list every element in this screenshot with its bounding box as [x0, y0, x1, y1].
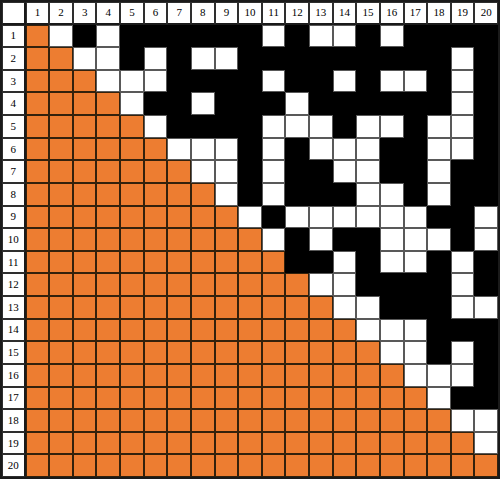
grid-cell-r4-c11 [262, 92, 286, 115]
col-header-14: 14 [333, 2, 357, 25]
grid-cell-r7-c19 [451, 160, 475, 183]
grid-cell-r10-c1 [26, 228, 50, 251]
grid-cell-r14-c7 [167, 319, 191, 342]
grid-cell-r12-c15 [356, 273, 380, 296]
row-header-10: 10 [2, 228, 26, 251]
grid-cell-r2-c19 [451, 47, 475, 70]
grid-cell-r3-c2 [49, 70, 73, 93]
grid-cell-r19-c16 [380, 432, 404, 455]
grid-cell-r7-c3 [73, 160, 97, 183]
grid-cell-r15-c19 [451, 341, 475, 364]
grid-cell-r13-c9 [215, 296, 239, 319]
grid-cell-r4-c3 [73, 92, 97, 115]
grid-cell-r3-c13 [309, 70, 333, 93]
grid-cell-r13-c2 [49, 296, 73, 319]
grid-cell-r12-c16 [380, 273, 404, 296]
grid-cell-r18-c3 [73, 409, 97, 432]
grid-cell-r10-c9 [215, 228, 239, 251]
grid-cell-r18-c8 [191, 409, 215, 432]
grid-cell-r4-c18 [427, 92, 451, 115]
grid-cell-r8-c12 [285, 183, 309, 206]
grid-cell-r5-c7 [167, 115, 191, 138]
grid-cell-r2-c1 [26, 47, 50, 70]
grid-cell-r11-c6 [144, 251, 168, 274]
grid-cell-r17-c1 [26, 387, 50, 410]
grid-cell-r20-c5 [120, 454, 144, 477]
grid-cell-r7-c16 [380, 160, 404, 183]
grid-cell-r13-c20 [474, 296, 498, 319]
grid-cell-r1-c18 [427, 25, 451, 48]
grid-cell-r4-c2 [49, 92, 73, 115]
grid-cell-r3-c8 [191, 70, 215, 93]
grid-cell-r10-c7 [167, 228, 191, 251]
grid-cell-r19-c1 [26, 432, 50, 455]
grid-cell-r11-c15 [356, 251, 380, 274]
grid-cell-r16-c16 [380, 364, 404, 387]
col-header-10: 10 [238, 2, 262, 25]
grid-cell-r10-c19 [451, 228, 475, 251]
grid-cell-r13-c3 [73, 296, 97, 319]
grid-cell-r9-c13 [309, 206, 333, 229]
grid-cell-r16-c10 [238, 364, 262, 387]
grid-cell-r20-c4 [96, 454, 120, 477]
grid-cell-r12-c8 [191, 273, 215, 296]
grid-cell-r3-c20 [474, 70, 498, 93]
grid-cell-r6-c9 [215, 138, 239, 161]
grid-cell-r1-c10 [238, 25, 262, 48]
grid-cell-r13-c19 [451, 296, 475, 319]
grid-cell-r1-c4 [96, 25, 120, 48]
row-header-15: 15 [2, 341, 26, 364]
grid-cell-r7-c4 [96, 160, 120, 183]
grid-cell-r7-c9 [215, 160, 239, 183]
grid-cell-r1-c15 [356, 25, 380, 48]
grid-cell-r6-c19 [451, 138, 475, 161]
grid-cell-r9-c15 [356, 206, 380, 229]
grid-cell-r20-c3 [73, 454, 97, 477]
grid-cell-r10-c12 [285, 228, 309, 251]
grid-cell-r9-c8 [191, 206, 215, 229]
grid-cell-r10-c4 [96, 228, 120, 251]
grid-cell-r15-c7 [167, 341, 191, 364]
grid-cell-r6-c13 [309, 138, 333, 161]
grid-cell-r5-c6 [144, 115, 168, 138]
grid-cell-r12-c19 [451, 273, 475, 296]
grid-cell-r19-c19 [451, 432, 475, 455]
grid-cell-r10-c6 [144, 228, 168, 251]
col-header-12: 12 [285, 2, 309, 25]
grid-cell-r2-c16 [380, 47, 404, 70]
grid-cell-r20-c10 [238, 454, 262, 477]
grid-cell-r2-c13 [309, 47, 333, 70]
grid-cell-r9-c2 [49, 206, 73, 229]
grid-cell-r19-c10 [238, 432, 262, 455]
grid-cell-r18-c9 [215, 409, 239, 432]
grid-cell-r9-c7 [167, 206, 191, 229]
grid-cell-r9-c1 [26, 206, 50, 229]
grid-cell-r2-c9 [215, 47, 239, 70]
grid-cell-r12-c6 [144, 273, 168, 296]
grid-cell-r2-c7 [167, 47, 191, 70]
grid-cell-r15-c5 [120, 341, 144, 364]
grid-cell-r18-c6 [144, 409, 168, 432]
grid-cell-r6-c3 [73, 138, 97, 161]
grid-cell-r19-c12 [285, 432, 309, 455]
grid-cell-r5-c13 [309, 115, 333, 138]
row-header-9: 9 [2, 206, 26, 229]
grid-cell-r18-c15 [356, 409, 380, 432]
grid-cell-r14-c15 [356, 319, 380, 342]
grid-cell-r7-c18 [427, 160, 451, 183]
grid-cell-r20-c2 [49, 454, 73, 477]
grid-cell-r15-c2 [49, 341, 73, 364]
grid-cell-r8-c15 [356, 183, 380, 206]
grid-cell-r7-c15 [356, 160, 380, 183]
grid-cell-r10-c5 [120, 228, 144, 251]
grid-cell-r3-c6 [144, 70, 168, 93]
grid-cell-r12-c5 [120, 273, 144, 296]
grid-cell-r16-c8 [191, 364, 215, 387]
grid-cell-r1-c13 [309, 25, 333, 48]
grid-cell-r16-c14 [333, 364, 357, 387]
grid-cell-r5-c14 [333, 115, 357, 138]
grid-cell-r3-c11 [262, 70, 286, 93]
grid-cell-r11-c4 [96, 251, 120, 274]
grid-cell-r2-c18 [427, 47, 451, 70]
grid-cell-r12-c4 [96, 273, 120, 296]
grid-cell-r8-c5 [120, 183, 144, 206]
grid-cell-r19-c18 [427, 432, 451, 455]
grid-cell-r18-c12 [285, 409, 309, 432]
grid-cell-r12-c17 [404, 273, 428, 296]
grid-cell-r10-c17 [404, 228, 428, 251]
grid-cell-r13-c11 [262, 296, 286, 319]
grid-cell-r8-c14 [333, 183, 357, 206]
grid-cell-r16-c3 [73, 364, 97, 387]
grid-cell-r15-c9 [215, 341, 239, 364]
col-header-16: 16 [380, 2, 404, 25]
grid-cell-r18-c20 [474, 409, 498, 432]
row-header-3: 3 [2, 70, 26, 93]
grid-cell-r3-c10 [238, 70, 262, 93]
col-header-3: 3 [73, 2, 97, 25]
grid-cell-r10-c2 [49, 228, 73, 251]
col-header-17: 17 [404, 2, 428, 25]
grid-cell-r17-c18 [427, 387, 451, 410]
grid-cell-r5-c10 [238, 115, 262, 138]
grid-cell-r16-c20 [474, 364, 498, 387]
grid-cell-r18-c16 [380, 409, 404, 432]
grid-cell-r18-c7 [167, 409, 191, 432]
grid-cell-r14-c2 [49, 319, 73, 342]
grid-cell-r7-c12 [285, 160, 309, 183]
grid-cell-r8-c17 [404, 183, 428, 206]
grid-cell-r13-c13 [309, 296, 333, 319]
grid-cell-r15-c14 [333, 341, 357, 364]
grid-cell-r1-c7 [167, 25, 191, 48]
grid-cell-r15-c3 [73, 341, 97, 364]
grid-cell-r9-c3 [73, 206, 97, 229]
grid-cell-r13-c8 [191, 296, 215, 319]
grid-cell-r6-c14 [333, 138, 357, 161]
grid-cell-r1-c11 [262, 25, 286, 48]
grid-cell-r2-c20 [474, 47, 498, 70]
col-header-18: 18 [427, 2, 451, 25]
grid-cell-r19-c4 [96, 432, 120, 455]
grid-cell-r3-c7 [167, 70, 191, 93]
grid-cell-r15-c11 [262, 341, 286, 364]
grid-cell-r15-c4 [96, 341, 120, 364]
grid-cell-r6-c7 [167, 138, 191, 161]
grid-cell-r2-c15 [356, 47, 380, 70]
grid-cell-r4-c13 [309, 92, 333, 115]
grid-cell-r11-c10 [238, 251, 262, 274]
grid-cell-r11-c5 [120, 251, 144, 274]
grid-cell-r16-c7 [167, 364, 191, 387]
grid-cell-r14-c6 [144, 319, 168, 342]
grid-cell-r8-c11 [262, 183, 286, 206]
grid-cell-r19-c3 [73, 432, 97, 455]
grid-cell-r2-c10 [238, 47, 262, 70]
grid-cell-r8-c20 [474, 183, 498, 206]
col-header-7: 7 [167, 2, 191, 25]
row-header-17: 17 [2, 387, 26, 410]
grid-cell-r1-c14 [333, 25, 357, 48]
grid-cell-r5-c9 [215, 115, 239, 138]
grid-cell-r11-c18 [427, 251, 451, 274]
grid-cell-r9-c5 [120, 206, 144, 229]
grid-cell-r15-c6 [144, 341, 168, 364]
grid-cell-r5-c4 [96, 115, 120, 138]
grid-cell-r1-c17 [404, 25, 428, 48]
grid-cell-r4-c8 [191, 92, 215, 115]
grid-cell-r2-c3 [73, 47, 97, 70]
grid-cell-r18-c4 [96, 409, 120, 432]
grid-cell-r7-c10 [238, 160, 262, 183]
grid-cell-r1-c5 [120, 25, 144, 48]
grid-cell-r12-c10 [238, 273, 262, 296]
grid-cell-r1-c16 [380, 25, 404, 48]
grid-cell-r1-c3 [73, 25, 97, 48]
col-header-2: 2 [49, 2, 73, 25]
grid-cell-r13-c12 [285, 296, 309, 319]
grid-cell-r5-c3 [73, 115, 97, 138]
grid-cell-r2-c17 [404, 47, 428, 70]
grid-cell-r16-c2 [49, 364, 73, 387]
grid-cell-r20-c20 [474, 454, 498, 477]
grid-cell-r3-c15 [356, 70, 380, 93]
grid-cell-r14-c20 [474, 319, 498, 342]
grid-cell-r8-c16 [380, 183, 404, 206]
grid-cell-r9-c14 [333, 206, 357, 229]
grid-cell-r6-c6 [144, 138, 168, 161]
grid-cell-r14-c3 [73, 319, 97, 342]
col-header-8: 8 [191, 2, 215, 25]
grid-cell-r20-c13 [309, 454, 333, 477]
grid-cell-r12-c3 [73, 273, 97, 296]
grid-cell-r14-c4 [96, 319, 120, 342]
grid-cell-r8-c7 [167, 183, 191, 206]
grid-cell-r17-c13 [309, 387, 333, 410]
row-header-11: 11 [2, 251, 26, 274]
grid-cell-r4-c4 [96, 92, 120, 115]
grid-cell-r6-c10 [238, 138, 262, 161]
col-header-4: 4 [96, 2, 120, 25]
grid-cell-r2-c6 [144, 47, 168, 70]
grid-cell-r5-c15 [356, 115, 380, 138]
grid-cell-r17-c9 [215, 387, 239, 410]
grid-cell-r7-c5 [120, 160, 144, 183]
grid-cell-r8-c4 [96, 183, 120, 206]
grid-cell-r12-c1 [26, 273, 50, 296]
grid-cell-r8-c1 [26, 183, 50, 206]
grid-cell-r5-c2 [49, 115, 73, 138]
grid-cell-r6-c18 [427, 138, 451, 161]
grid-cell-r1-c9 [215, 25, 239, 48]
grid-cell-r4-c14 [333, 92, 357, 115]
grid-cell-r12-c12 [285, 273, 309, 296]
col-header-19: 19 [451, 2, 475, 25]
grid-cell-r8-c3 [73, 183, 97, 206]
grid-cell-r15-c20 [474, 341, 498, 364]
grid-cell-r16-c4 [96, 364, 120, 387]
grid-cell-r15-c10 [238, 341, 262, 364]
grid-cell-r16-c9 [215, 364, 239, 387]
grid-cell-r19-c20 [474, 432, 498, 455]
grid-cell-r6-c4 [96, 138, 120, 161]
grid-cell-r17-c5 [120, 387, 144, 410]
grid-cell-r4-c1 [26, 92, 50, 115]
grid-cell-r15-c1 [26, 341, 50, 364]
grid-cell-r17-c4 [96, 387, 120, 410]
grid-cell-r3-c14 [333, 70, 357, 93]
grid-cell-r15-c16 [380, 341, 404, 364]
grid-cell-r13-c15 [356, 296, 380, 319]
grid-cell-r19-c6 [144, 432, 168, 455]
grid-cell-r4-c6 [144, 92, 168, 115]
grid-cell-r14-c10 [238, 319, 262, 342]
grid-cell-r14-c12 [285, 319, 309, 342]
grid-cell-r18-c17 [404, 409, 428, 432]
grid-cell-r20-c7 [167, 454, 191, 477]
grid-cell-r4-c19 [451, 92, 475, 115]
grid-cell-r20-c8 [191, 454, 215, 477]
grid-cell-r16-c15 [356, 364, 380, 387]
grid-cell-r20-c15 [356, 454, 380, 477]
grid-cell-r5-c1 [26, 115, 50, 138]
grid-cell-r12-c20 [474, 273, 498, 296]
grid-cell-r16-c1 [26, 364, 50, 387]
grid-cell-r14-c1 [26, 319, 50, 342]
grid-cell-r6-c2 [49, 138, 73, 161]
grid-cell-r5-c12 [285, 115, 309, 138]
grid-cell-r3-c16 [380, 70, 404, 93]
grid-cell-r19-c7 [167, 432, 191, 455]
grid-cell-r19-c15 [356, 432, 380, 455]
col-header-15: 15 [356, 2, 380, 25]
grid-cell-r14-c18 [427, 319, 451, 342]
grid-cell-r20-c11 [262, 454, 286, 477]
grid-cell-r17-c17 [404, 387, 428, 410]
grid-cell-r16-c6 [144, 364, 168, 387]
grid-cell-r17-c20 [474, 387, 498, 410]
col-header-5: 5 [120, 2, 144, 25]
grid-cell-r18-c2 [49, 409, 73, 432]
grid-cell-r5-c8 [191, 115, 215, 138]
row-header-6: 6 [2, 138, 26, 161]
row-header-1: 1 [2, 25, 26, 48]
grid-cell-r20-c19 [451, 454, 475, 477]
grid-cell-r4-c12 [285, 92, 309, 115]
grid-cell-r20-c14 [333, 454, 357, 477]
grid-cell-r8-c2 [49, 183, 73, 206]
grid-cell-r4-c5 [120, 92, 144, 115]
grid-cell-r10-c20 [474, 228, 498, 251]
grid-cell-r11-c19 [451, 251, 475, 274]
grid-cell-r3-c1 [26, 70, 50, 93]
grid-cell-r3-c17 [404, 70, 428, 93]
grid-cell-r9-c18 [427, 206, 451, 229]
grid-cell-r11-c20 [474, 251, 498, 274]
grid-cell-r20-c16 [380, 454, 404, 477]
grid-cell-r20-c1 [26, 454, 50, 477]
grid-cell-r9-c11 [262, 206, 286, 229]
grid-cell-r12-c9 [215, 273, 239, 296]
grid-cell-r10-c14 [333, 228, 357, 251]
grid-cell-r11-c11 [262, 251, 286, 274]
grid-cell-r1-c12 [285, 25, 309, 48]
grid-cell-r13-c6 [144, 296, 168, 319]
grid-cell-r13-c5 [120, 296, 144, 319]
grid-cell-r2-c4 [96, 47, 120, 70]
grid-cell-r15-c17 [404, 341, 428, 364]
grid-cell-r15-c15 [356, 341, 380, 364]
grid-cell-r10-c10 [238, 228, 262, 251]
grid-cell-r4-c15 [356, 92, 380, 115]
grid-cell-r4-c17 [404, 92, 428, 115]
grid-cell-r14-c11 [262, 319, 286, 342]
grid-cell-r16-c12 [285, 364, 309, 387]
grid-cell-r1-c6 [144, 25, 168, 48]
grid-cell-r1-c20 [474, 25, 498, 48]
grid-cell-r14-c19 [451, 319, 475, 342]
grid-cell-r2-c8 [191, 47, 215, 70]
grid-cell-r7-c20 [474, 160, 498, 183]
col-header-1: 1 [26, 2, 50, 25]
grid-cell-r6-c8 [191, 138, 215, 161]
grid-cell-r19-c11 [262, 432, 286, 455]
grid-cell-r4-c7 [167, 92, 191, 115]
row-header-12: 12 [2, 273, 26, 296]
grid-cell-r3-c9 [215, 70, 239, 93]
grid-cell-r5-c16 [380, 115, 404, 138]
grid-cell-r7-c17 [404, 160, 428, 183]
grid-cell-r18-c1 [26, 409, 50, 432]
row-header-4: 4 [2, 92, 26, 115]
grid-cell-r20-c12 [285, 454, 309, 477]
grid-cell-r6-c20 [474, 138, 498, 161]
grid-cell-r10-c13 [309, 228, 333, 251]
grid-cell-r15-c8 [191, 341, 215, 364]
grid-cell-r2-c12 [285, 47, 309, 70]
grid-cell-r11-c12 [285, 251, 309, 274]
grid-cell-r1-c8 [191, 25, 215, 48]
grid-cell-r13-c18 [427, 296, 451, 319]
grid-cell-r14-c8 [191, 319, 215, 342]
grid-cell-r15-c13 [309, 341, 333, 364]
grid-cell-r5-c18 [427, 115, 451, 138]
grid-cell-r14-c14 [333, 319, 357, 342]
